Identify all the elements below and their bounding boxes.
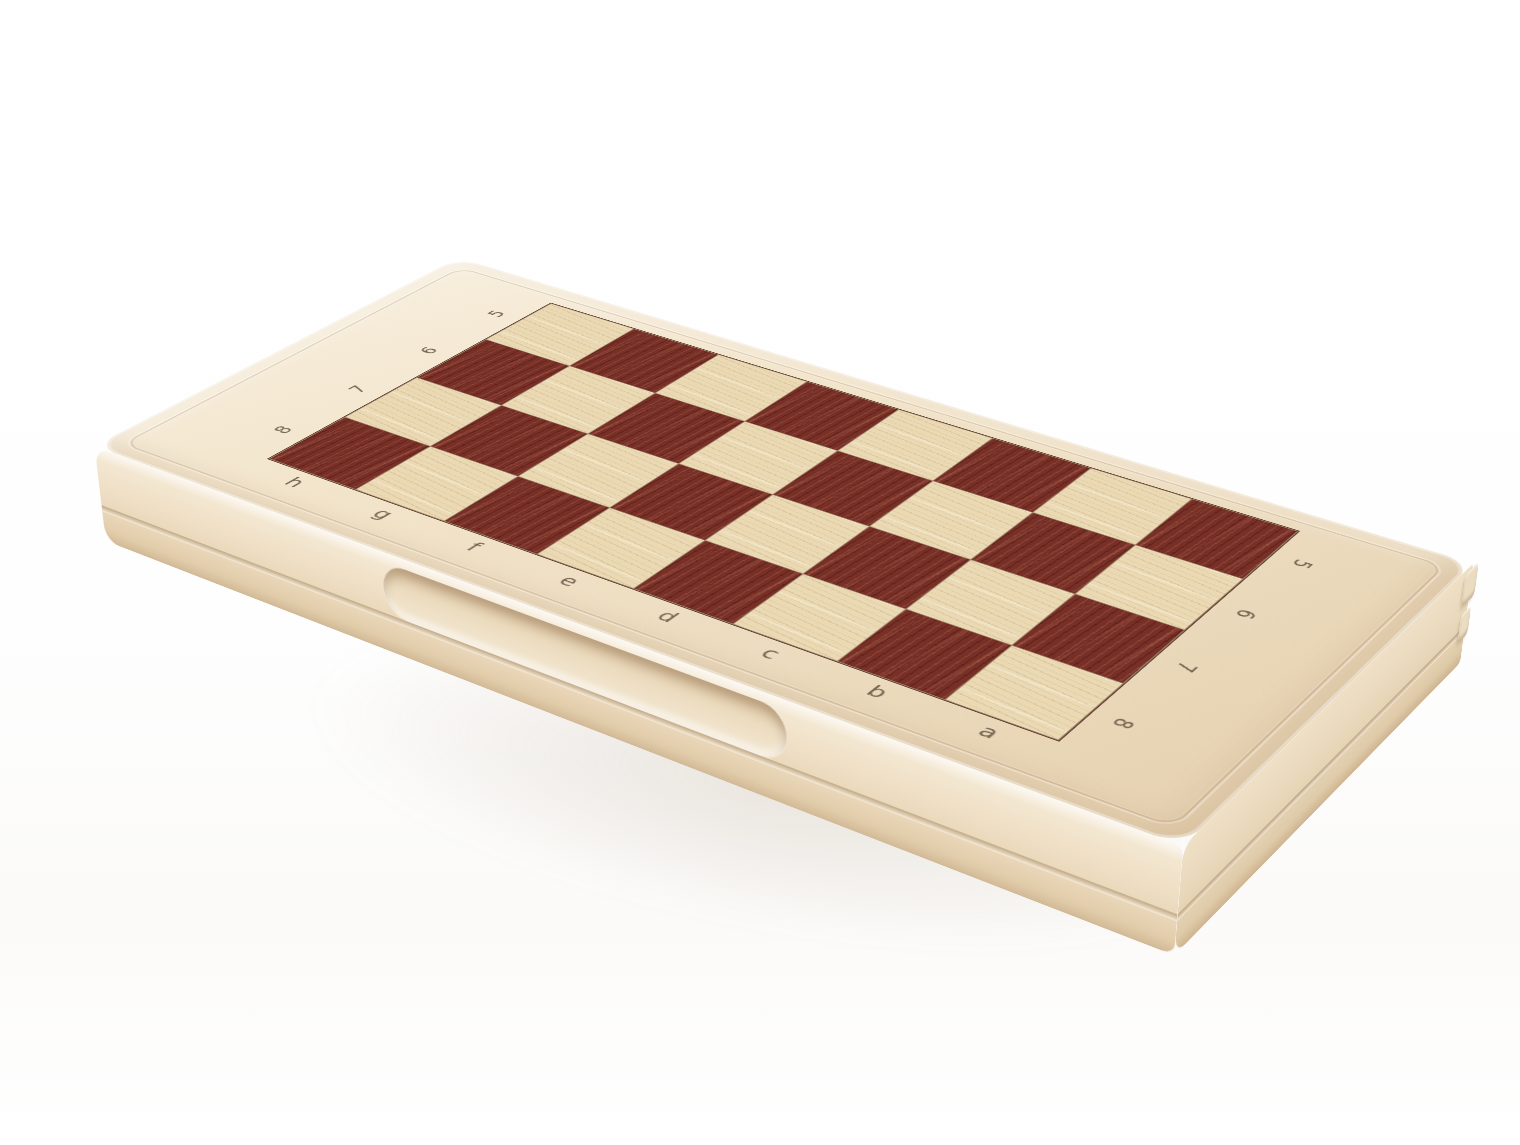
rank-label-right-6: 6 xyxy=(1177,585,1316,645)
product-photo-background: hgfedcba 5678 5678 xyxy=(0,0,1520,1145)
hinge-knuckle xyxy=(1461,562,1479,608)
rank-label-right-7: 7 xyxy=(1116,636,1258,699)
hinge-knuckle xyxy=(1457,605,1471,643)
